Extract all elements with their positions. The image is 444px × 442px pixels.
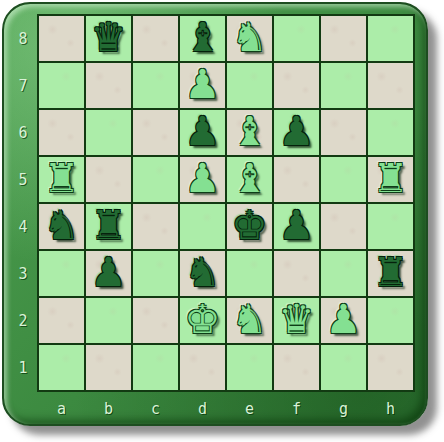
square-b1[interactable] (86, 345, 131, 390)
square-h5[interactable]: ♜ (368, 157, 413, 202)
square-a2[interactable] (39, 298, 84, 343)
square-h3[interactable]: ♜ (368, 251, 413, 296)
square-g2[interactable]: ♟ (321, 298, 366, 343)
square-c4[interactable] (133, 204, 178, 249)
square-g8[interactable] (321, 16, 366, 61)
piece-white-bishop-e5[interactable]: ♝ (232, 156, 268, 201)
square-c3[interactable] (133, 251, 178, 296)
piece-black-pawn-f6[interactable]: ♟ (279, 109, 315, 154)
square-f8[interactable] (274, 16, 319, 61)
square-c6[interactable] (133, 110, 178, 155)
rank-labels: 87654321 (12, 16, 34, 390)
rank-label-3: 3 (12, 251, 34, 296)
square-e3[interactable] (227, 251, 272, 296)
square-h4[interactable] (368, 204, 413, 249)
square-e2[interactable]: ♞ (227, 298, 272, 343)
square-b6[interactable] (86, 110, 131, 155)
square-e5[interactable]: ♝ (227, 157, 272, 202)
rank-label-8: 8 (12, 16, 34, 61)
piece-black-pawn-b3[interactable]: ♟ (91, 250, 127, 295)
square-f4[interactable]: ♟ (274, 204, 319, 249)
square-e1[interactable] (227, 345, 272, 390)
piece-white-pawn-g2[interactable]: ♟ (326, 297, 362, 342)
piece-black-bishop-d8[interactable]: ♝ (185, 15, 221, 60)
rank-label-5: 5 (12, 157, 34, 202)
square-c2[interactable] (133, 298, 178, 343)
piece-white-pawn-d7[interactable]: ♟ (185, 62, 221, 107)
square-c1[interactable] (133, 345, 178, 390)
square-h8[interactable] (368, 16, 413, 61)
square-a3[interactable] (39, 251, 84, 296)
square-a1[interactable] (39, 345, 84, 390)
square-d8[interactable]: ♝ (180, 16, 225, 61)
piece-white-pawn-d5[interactable]: ♟ (185, 156, 221, 201)
file-label-a: a (39, 396, 84, 422)
piece-black-pawn-f4[interactable]: ♟ (279, 203, 315, 248)
piece-black-knight-d3[interactable]: ♞ (185, 250, 221, 295)
square-b2[interactable] (86, 298, 131, 343)
piece-white-rook-a5[interactable]: ♜ (44, 156, 80, 201)
piece-black-rook-b4[interactable]: ♜ (91, 203, 127, 248)
square-d7[interactable]: ♟ (180, 63, 225, 108)
file-label-d: d (180, 396, 225, 422)
square-f3[interactable] (274, 251, 319, 296)
rank-label-4: 4 (12, 204, 34, 249)
chess-board[interactable]: ♛♝♞♟♟♝♟♜♟♝♜♞♜♚♟♟♞♜♚♞♛♟ (37, 14, 415, 392)
square-c5[interactable] (133, 157, 178, 202)
square-f2[interactable]: ♛ (274, 298, 319, 343)
square-h6[interactable] (368, 110, 413, 155)
square-h2[interactable] (368, 298, 413, 343)
square-b5[interactable] (86, 157, 131, 202)
file-labels: abcdefgh (39, 396, 413, 422)
square-f1[interactable] (274, 345, 319, 390)
piece-white-knight-e2[interactable]: ♞ (232, 297, 268, 342)
square-a8[interactable] (39, 16, 84, 61)
square-c8[interactable] (133, 16, 178, 61)
piece-black-king-e4[interactable]: ♚ (232, 203, 268, 248)
square-d1[interactable] (180, 345, 225, 390)
square-b3[interactable]: ♟ (86, 251, 131, 296)
square-b8[interactable]: ♛ (86, 16, 131, 61)
square-g3[interactable] (321, 251, 366, 296)
square-b4[interactable]: ♜ (86, 204, 131, 249)
file-label-h: h (368, 396, 413, 422)
piece-black-rook-h3[interactable]: ♜ (373, 250, 409, 295)
file-label-c: c (133, 396, 178, 422)
square-d5[interactable]: ♟ (180, 157, 225, 202)
square-b7[interactable] (86, 63, 131, 108)
square-e6[interactable]: ♝ (227, 110, 272, 155)
piece-black-pawn-d6[interactable]: ♟ (185, 109, 221, 154)
square-d4[interactable] (180, 204, 225, 249)
piece-white-king-d2[interactable]: ♚ (185, 297, 221, 342)
square-g1[interactable] (321, 345, 366, 390)
rank-label-2: 2 (12, 298, 34, 343)
square-c7[interactable] (133, 63, 178, 108)
square-g4[interactable] (321, 204, 366, 249)
square-d6[interactable]: ♟ (180, 110, 225, 155)
square-e7[interactable] (227, 63, 272, 108)
rank-label-6: 6 (12, 110, 34, 155)
square-f7[interactable] (274, 63, 319, 108)
piece-black-queen-b8[interactable]: ♛ (91, 15, 127, 60)
piece-black-knight-a4[interactable]: ♞ (44, 203, 80, 248)
file-label-e: e (227, 396, 272, 422)
rank-label-7: 7 (12, 63, 34, 108)
square-f5[interactable] (274, 157, 319, 202)
square-a4[interactable]: ♞ (39, 204, 84, 249)
board-frame: 87654321 ♛♝♞♟♟♝♟♜♟♝♜♞♜♚♟♟♞♜♚♞♛♟ abcdefgh (2, 2, 428, 426)
square-d2[interactable]: ♚ (180, 298, 225, 343)
rank-label-1: 1 (12, 345, 34, 390)
square-g5[interactable] (321, 157, 366, 202)
square-h7[interactable] (368, 63, 413, 108)
piece-white-knight-e8[interactable]: ♞ (232, 15, 268, 60)
square-g6[interactable] (321, 110, 366, 155)
square-g7[interactable] (321, 63, 366, 108)
square-e8[interactable]: ♞ (227, 16, 272, 61)
file-label-g: g (321, 396, 366, 422)
piece-white-bishop-e6[interactable]: ♝ (232, 109, 268, 154)
square-a6[interactable] (39, 110, 84, 155)
square-h1[interactable] (368, 345, 413, 390)
square-e4[interactable]: ♚ (227, 204, 272, 249)
square-a5[interactable]: ♜ (39, 157, 84, 202)
file-label-f: f (274, 396, 319, 422)
piece-white-rook-h5[interactable]: ♜ (373, 156, 409, 201)
square-f6[interactable]: ♟ (274, 110, 319, 155)
piece-white-queen-f2[interactable]: ♛ (279, 297, 315, 342)
square-d3[interactable]: ♞ (180, 251, 225, 296)
square-a7[interactable] (39, 63, 84, 108)
file-label-b: b (86, 396, 131, 422)
